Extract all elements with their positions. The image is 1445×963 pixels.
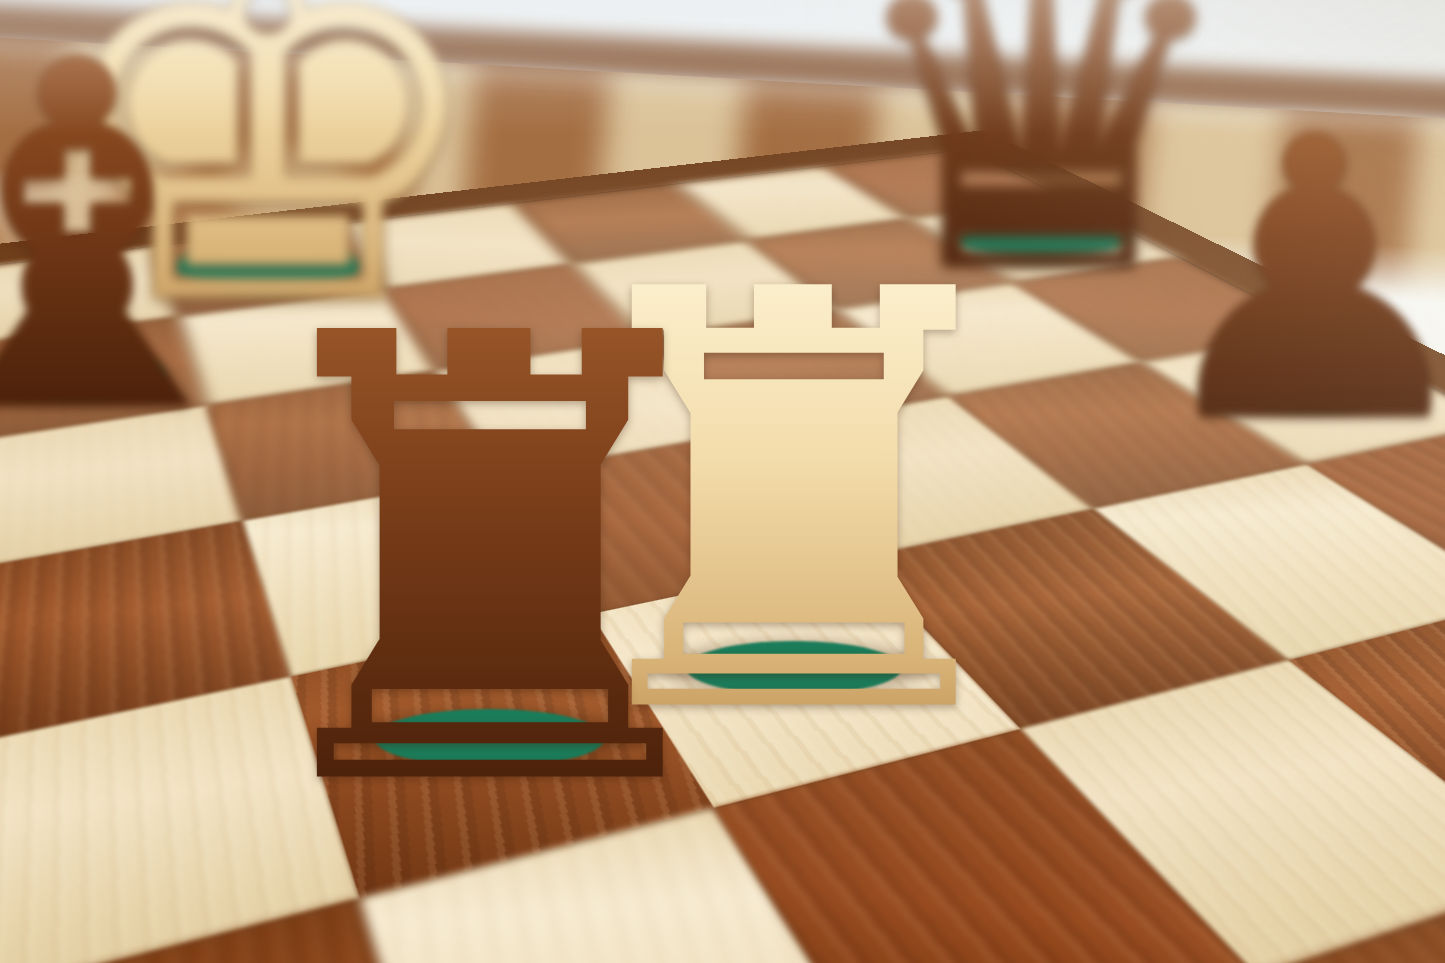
black-rook: ♜	[183, 257, 797, 871]
pieces-layer: ♛♚♝♟♜♜	[0, 0, 1445, 963]
black-pawn: ♟	[1121, 88, 1445, 476]
chessboard-photo: ♛♚♝♟♜♜	[0, 0, 1445, 963]
